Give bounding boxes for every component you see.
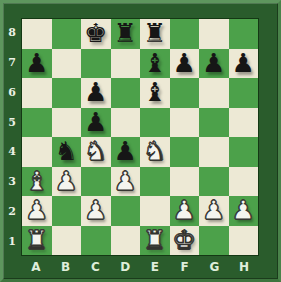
chess-board-frame: 87654321 ♚♜♜♟♝♟♟♟♟♝♟♞♞♟♞♝♟♟♟♟♟♟♟♜♜♚ ABCD… — [0, 0, 281, 282]
white-bishop-a3[interactable]: ♝ — [25, 167, 48, 197]
square-b6[interactable] — [52, 78, 82, 108]
white-pawn-g2[interactable]: ♟ — [202, 196, 225, 226]
black-king-c8[interactable]: ♚ — [84, 19, 107, 49]
square-a7[interactable]: ♟ — [22, 49, 52, 79]
square-c5[interactable]: ♟ — [81, 108, 111, 138]
rank-label-6: 6 — [3, 78, 21, 108]
file-label-c: C — [81, 256, 111, 278]
square-c3[interactable] — [81, 167, 111, 197]
file-label-f: F — [170, 256, 200, 278]
square-d8[interactable]: ♜ — [111, 19, 141, 49]
square-b2[interactable] — [52, 196, 82, 226]
square-c2[interactable]: ♟ — [81, 196, 111, 226]
square-h6[interactable] — [229, 78, 259, 108]
square-d5[interactable] — [111, 108, 141, 138]
rank-label-5: 5 — [3, 107, 21, 137]
black-pawn-g7[interactable]: ♟ — [202, 49, 225, 79]
square-f5[interactable] — [170, 108, 200, 138]
rank-label-2: 2 — [3, 197, 21, 227]
square-a8[interactable] — [22, 19, 52, 49]
square-f1[interactable]: ♚ — [170, 226, 200, 256]
file-labels: ABCDEFGH — [21, 256, 259, 278]
white-knight-c4[interactable]: ♞ — [84, 137, 107, 167]
white-king-f1[interactable]: ♚ — [173, 226, 196, 256]
black-pawn-f7[interactable]: ♟ — [173, 49, 196, 79]
file-label-g: G — [200, 256, 230, 278]
white-pawn-d3[interactable]: ♟ — [114, 167, 137, 197]
square-f7[interactable]: ♟ — [170, 49, 200, 79]
black-pawn-d4[interactable]: ♟ — [114, 137, 137, 167]
rank-label-3: 3 — [3, 167, 21, 197]
black-pawn-c6[interactable]: ♟ — [84, 78, 107, 108]
square-c7[interactable] — [81, 49, 111, 79]
white-pawn-f2[interactable]: ♟ — [173, 196, 196, 226]
square-h5[interactable] — [229, 108, 259, 138]
square-g8[interactable] — [199, 19, 229, 49]
square-h8[interactable] — [229, 19, 259, 49]
square-f8[interactable] — [170, 19, 200, 49]
square-e2[interactable] — [140, 196, 170, 226]
file-label-b: B — [51, 256, 81, 278]
square-c8[interactable]: ♚ — [81, 19, 111, 49]
square-g6[interactable] — [199, 78, 229, 108]
square-e8[interactable]: ♜ — [140, 19, 170, 49]
white-rook-e1[interactable]: ♜ — [143, 226, 166, 256]
square-g1[interactable] — [199, 226, 229, 256]
square-f2[interactable]: ♟ — [170, 196, 200, 226]
rank-label-7: 7 — [3, 48, 21, 78]
square-h1[interactable] — [229, 226, 259, 256]
square-g5[interactable] — [199, 108, 229, 138]
white-pawn-b3[interactable]: ♟ — [55, 167, 78, 197]
square-h3[interactable] — [229, 167, 259, 197]
square-e3[interactable] — [140, 167, 170, 197]
file-label-h: H — [229, 256, 259, 278]
square-d4[interactable]: ♟ — [111, 137, 141, 167]
square-d3[interactable]: ♟ — [111, 167, 141, 197]
square-d7[interactable] — [111, 49, 141, 79]
square-e4[interactable]: ♞ — [140, 137, 170, 167]
file-label-a: A — [21, 256, 51, 278]
square-h4[interactable] — [229, 137, 259, 167]
square-f6[interactable] — [170, 78, 200, 108]
square-a6[interactable] — [22, 78, 52, 108]
square-a2[interactable]: ♟ — [22, 196, 52, 226]
black-rook-d8[interactable]: ♜ — [114, 19, 137, 49]
square-d2[interactable] — [111, 196, 141, 226]
square-d1[interactable] — [111, 226, 141, 256]
square-g7[interactable]: ♟ — [199, 49, 229, 79]
square-d6[interactable] — [111, 78, 141, 108]
rank-label-4: 4 — [3, 137, 21, 167]
square-c4[interactable]: ♞ — [81, 137, 111, 167]
square-e5[interactable] — [140, 108, 170, 138]
rank-label-1: 1 — [3, 226, 21, 256]
square-b1[interactable] — [52, 226, 82, 256]
black-bishop-e6[interactable]: ♝ — [143, 78, 166, 108]
chess-board[interactable]: ♚♜♜♟♝♟♟♟♟♝♟♞♞♟♞♝♟♟♟♟♟♟♟♜♜♚ — [21, 18, 259, 256]
file-label-d: D — [110, 256, 140, 278]
square-c1[interactable] — [81, 226, 111, 256]
square-b5[interactable] — [52, 108, 82, 138]
black-pawn-h7[interactable]: ♟ — [232, 49, 255, 79]
black-knight-b4[interactable]: ♞ — [55, 137, 78, 167]
white-knight-e4[interactable]: ♞ — [143, 137, 166, 167]
black-rook-e8[interactable]: ♜ — [143, 19, 166, 49]
square-a5[interactable] — [22, 108, 52, 138]
square-e7[interactable]: ♝ — [140, 49, 170, 79]
square-b4[interactable]: ♞ — [52, 137, 82, 167]
white-rook-a1[interactable]: ♜ — [25, 226, 48, 256]
square-g4[interactable] — [199, 137, 229, 167]
white-pawn-h2[interactable]: ♟ — [232, 196, 255, 226]
square-a1[interactable]: ♜ — [22, 226, 52, 256]
black-bishop-e7[interactable]: ♝ — [143, 49, 166, 79]
white-pawn-c2[interactable]: ♟ — [84, 196, 107, 226]
square-b7[interactable] — [52, 49, 82, 79]
square-e6[interactable]: ♝ — [140, 78, 170, 108]
black-pawn-c5[interactable]: ♟ — [84, 108, 107, 138]
square-a4[interactable] — [22, 137, 52, 167]
square-e1[interactable]: ♜ — [140, 226, 170, 256]
square-f4[interactable] — [170, 137, 200, 167]
file-label-e: E — [140, 256, 170, 278]
square-a3[interactable]: ♝ — [22, 167, 52, 197]
square-c6[interactable]: ♟ — [81, 78, 111, 108]
square-h7[interactable]: ♟ — [229, 49, 259, 79]
square-b3[interactable]: ♟ — [52, 167, 82, 197]
square-h2[interactable]: ♟ — [229, 196, 259, 226]
square-b8[interactable] — [52, 19, 82, 49]
square-f3[interactable] — [170, 167, 200, 197]
white-pawn-a2[interactable]: ♟ — [25, 196, 48, 226]
rank-labels: 87654321 — [3, 18, 21, 256]
rank-label-8: 8 — [3, 18, 21, 48]
square-g2[interactable]: ♟ — [199, 196, 229, 226]
black-pawn-a7[interactable]: ♟ — [25, 49, 48, 79]
square-g3[interactable] — [199, 167, 229, 197]
